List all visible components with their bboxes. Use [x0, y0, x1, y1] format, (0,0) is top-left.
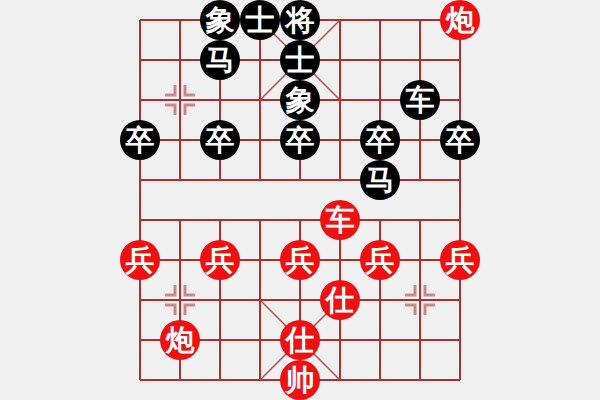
- piece-red-soldier[interactable]: 兵: [120, 240, 160, 280]
- piece-black-soldier[interactable]: 卒: [440, 120, 480, 160]
- piece-red-soldier[interactable]: 兵: [440, 240, 480, 280]
- piece-red-soldier[interactable]: 兵: [200, 240, 240, 280]
- piece-red-advisor[interactable]: 仕: [280, 320, 320, 360]
- piece-red-soldier[interactable]: 兵: [280, 240, 320, 280]
- piece-black-advisor[interactable]: 士: [280, 40, 320, 80]
- piece-black-chariot[interactable]: 车: [400, 80, 440, 120]
- piece-black-soldier[interactable]: 卒: [360, 120, 400, 160]
- piece-red-general[interactable]: 帅: [280, 360, 320, 400]
- piece-red-cannon[interactable]: 炮: [440, 0, 480, 40]
- piece-black-general[interactable]: 将: [280, 0, 320, 40]
- piece-black-soldier[interactable]: 卒: [280, 120, 320, 160]
- piece-black-elephant[interactable]: 象: [200, 0, 240, 40]
- piece-red-chariot[interactable]: 车: [320, 200, 360, 240]
- piece-black-horse[interactable]: 马: [360, 160, 400, 200]
- piece-grid: 象士将炮马士象车卒卒卒卒卒马车兵兵兵兵兵仕炮仕帅: [120, 0, 480, 400]
- piece-black-advisor[interactable]: 士: [240, 0, 280, 40]
- piece-black-horse[interactable]: 马: [200, 40, 240, 80]
- piece-red-soldier[interactable]: 兵: [360, 240, 400, 280]
- piece-black-elephant[interactable]: 象: [280, 80, 320, 120]
- piece-black-soldier[interactable]: 卒: [200, 120, 240, 160]
- piece-red-advisor[interactable]: 仕: [320, 280, 360, 320]
- piece-black-soldier[interactable]: 卒: [120, 120, 160, 160]
- xiangqi-board: 象士将炮马士象车卒卒卒卒卒马车兵兵兵兵兵仕炮仕帅: [0, 0, 600, 400]
- piece-red-cannon[interactable]: 炮: [160, 320, 200, 360]
